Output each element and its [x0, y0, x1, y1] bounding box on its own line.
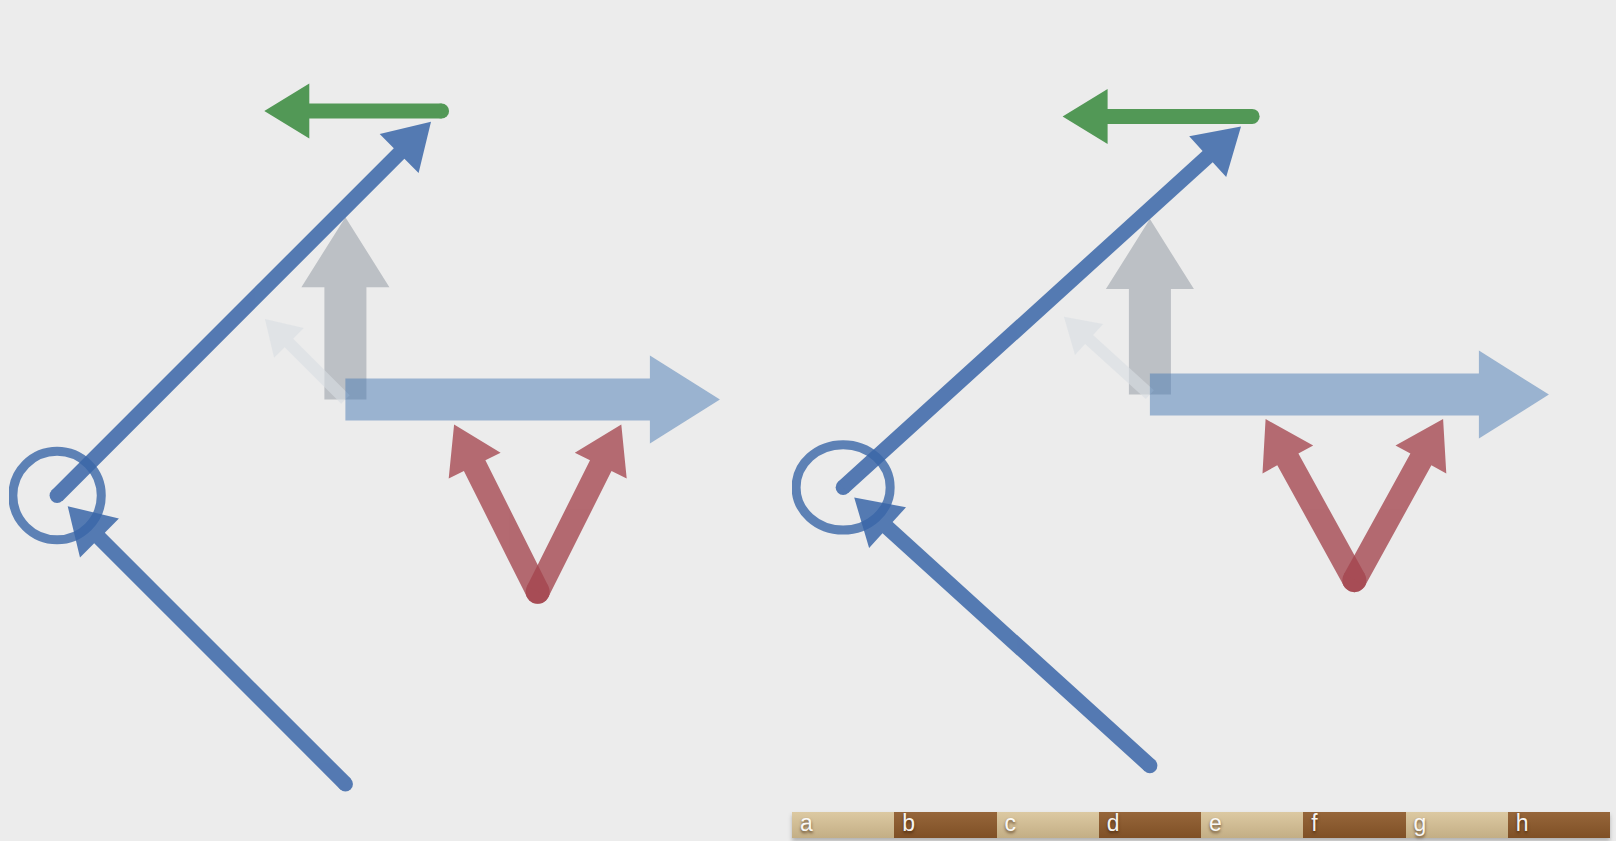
file-label-b: b	[902, 810, 915, 837]
board-3d-front-edge: abcdefgh	[792, 812, 1610, 838]
file-label-d: d	[1107, 810, 1120, 837]
board-3d-squares	[792, 70, 1610, 812]
file-label-h: h	[1516, 810, 1529, 837]
file-label-f: f	[1311, 810, 1317, 837]
edge-segment-g: g	[1406, 812, 1508, 838]
board-2d[interactable]	[9, 63, 778, 832]
edge-segment-f: f	[1303, 812, 1405, 838]
edge-segment-a: a	[792, 812, 894, 838]
edge-segment-b: b	[894, 812, 996, 838]
edge-segment-h: h	[1508, 812, 1610, 838]
board-2d-squares	[9, 63, 778, 832]
edge-segment-e: e	[1201, 812, 1303, 838]
edge-segment-c: c	[997, 812, 1099, 838]
file-label-e: e	[1209, 810, 1222, 837]
file-label-a: a	[800, 810, 813, 837]
file-label-g: g	[1414, 810, 1427, 837]
file-label-c: c	[1005, 810, 1017, 837]
board-3d[interactable]: abcdefgh	[792, 70, 1610, 838]
edge-segment-d: d	[1099, 812, 1201, 838]
